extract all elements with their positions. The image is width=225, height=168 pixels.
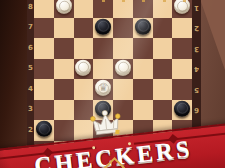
square-b3[interactable] (54, 100, 74, 121)
square-g6[interactable] (153, 38, 173, 59)
square-c5[interactable] (74, 59, 94, 80)
square-h4[interactable] (172, 79, 192, 100)
top-edge-speck (183, 0, 186, 2)
rank-label-left-3: 3 (27, 106, 34, 113)
rank-label-right-1: 1 (192, 4, 201, 11)
square-e8[interactable] (113, 0, 133, 18)
rank-label-left-7: 7 (27, 24, 34, 31)
square-f3[interactable] (133, 100, 153, 121)
square-b2[interactable] (54, 120, 74, 141)
top-edge-speck (102, 0, 105, 2)
top-edge-speck (163, 0, 166, 2)
white-piece-b8[interactable] (56, 0, 72, 14)
square-b6[interactable] (54, 38, 74, 59)
rank-label-right-3: 3 (192, 45, 201, 52)
king-crown-mark: ♛ (95, 80, 111, 96)
square-d8[interactable] (93, 0, 113, 18)
rank-label-right-5: 5 (192, 86, 201, 93)
rank-label-right-6: 6 (192, 106, 201, 113)
game-screen: 87654321 12345678 ♛ CHECKERS (0, 0, 225, 168)
square-d7[interactable] (93, 18, 113, 39)
square-e6[interactable] (113, 38, 133, 59)
rank-label-left-8: 8 (27, 4, 34, 11)
square-a3[interactable] (34, 100, 54, 121)
white-king-d4[interactable]: ♛ (95, 80, 111, 96)
square-d4[interactable]: ♛ (93, 79, 113, 100)
square-h3[interactable] (172, 100, 192, 121)
square-b7[interactable] (54, 18, 74, 39)
square-c6[interactable] (74, 38, 94, 59)
square-h7[interactable] (172, 18, 192, 39)
square-h5[interactable] (172, 59, 192, 80)
square-a4[interactable] (34, 79, 54, 100)
square-e4[interactable] (113, 79, 133, 100)
square-g8[interactable] (153, 0, 173, 18)
square-e7[interactable] (113, 18, 133, 39)
square-g5[interactable] (153, 59, 173, 80)
square-f6[interactable] (133, 38, 153, 59)
crown-icon (89, 108, 124, 139)
top-edge-speck (122, 0, 125, 2)
rank-label-left-4: 4 (27, 86, 34, 93)
square-a5[interactable] (34, 59, 54, 80)
rank-label-left-6: 6 (27, 45, 34, 52)
board-rail-left: 87654321 (27, 0, 34, 168)
square-g7[interactable] (153, 18, 173, 39)
square-d5[interactable] (93, 59, 113, 80)
square-f4[interactable] (133, 79, 153, 100)
square-c8[interactable] (74, 0, 94, 18)
square-a2[interactable] (34, 120, 54, 141)
square-b5[interactable] (54, 59, 74, 80)
black-piece-h3[interactable] (174, 100, 190, 116)
rank-label-right-2: 2 (192, 24, 201, 31)
rank-label-right-4: 4 (192, 65, 201, 72)
top-edge-speck (142, 0, 145, 2)
square-b8[interactable] (54, 0, 74, 18)
square-d6[interactable] (93, 38, 113, 59)
square-g3[interactable] (153, 100, 173, 121)
rank-label-left-5: 5 (27, 65, 34, 72)
square-c4[interactable] (74, 79, 94, 100)
square-f7[interactable] (133, 18, 153, 39)
white-piece-h8[interactable] (174, 0, 190, 14)
square-a6[interactable] (34, 38, 54, 59)
square-f8[interactable] (133, 0, 153, 18)
square-h6[interactable] (172, 38, 192, 59)
square-a8[interactable] (34, 0, 54, 18)
white-piece-c5[interactable] (75, 59, 91, 75)
square-g4[interactable] (153, 79, 173, 100)
black-piece-a2[interactable] (36, 121, 52, 137)
square-f5[interactable] (133, 59, 153, 80)
black-piece-d7[interactable] (95, 18, 111, 34)
black-piece-f7[interactable] (135, 18, 151, 34)
square-c7[interactable] (74, 18, 94, 39)
square-a7[interactable] (34, 18, 54, 39)
square-e5[interactable] (113, 59, 133, 80)
square-h8[interactable] (172, 0, 192, 18)
rank-label-left-2: 2 (27, 127, 34, 134)
square-b4[interactable] (54, 79, 74, 100)
white-piece-e5[interactable] (115, 59, 131, 75)
